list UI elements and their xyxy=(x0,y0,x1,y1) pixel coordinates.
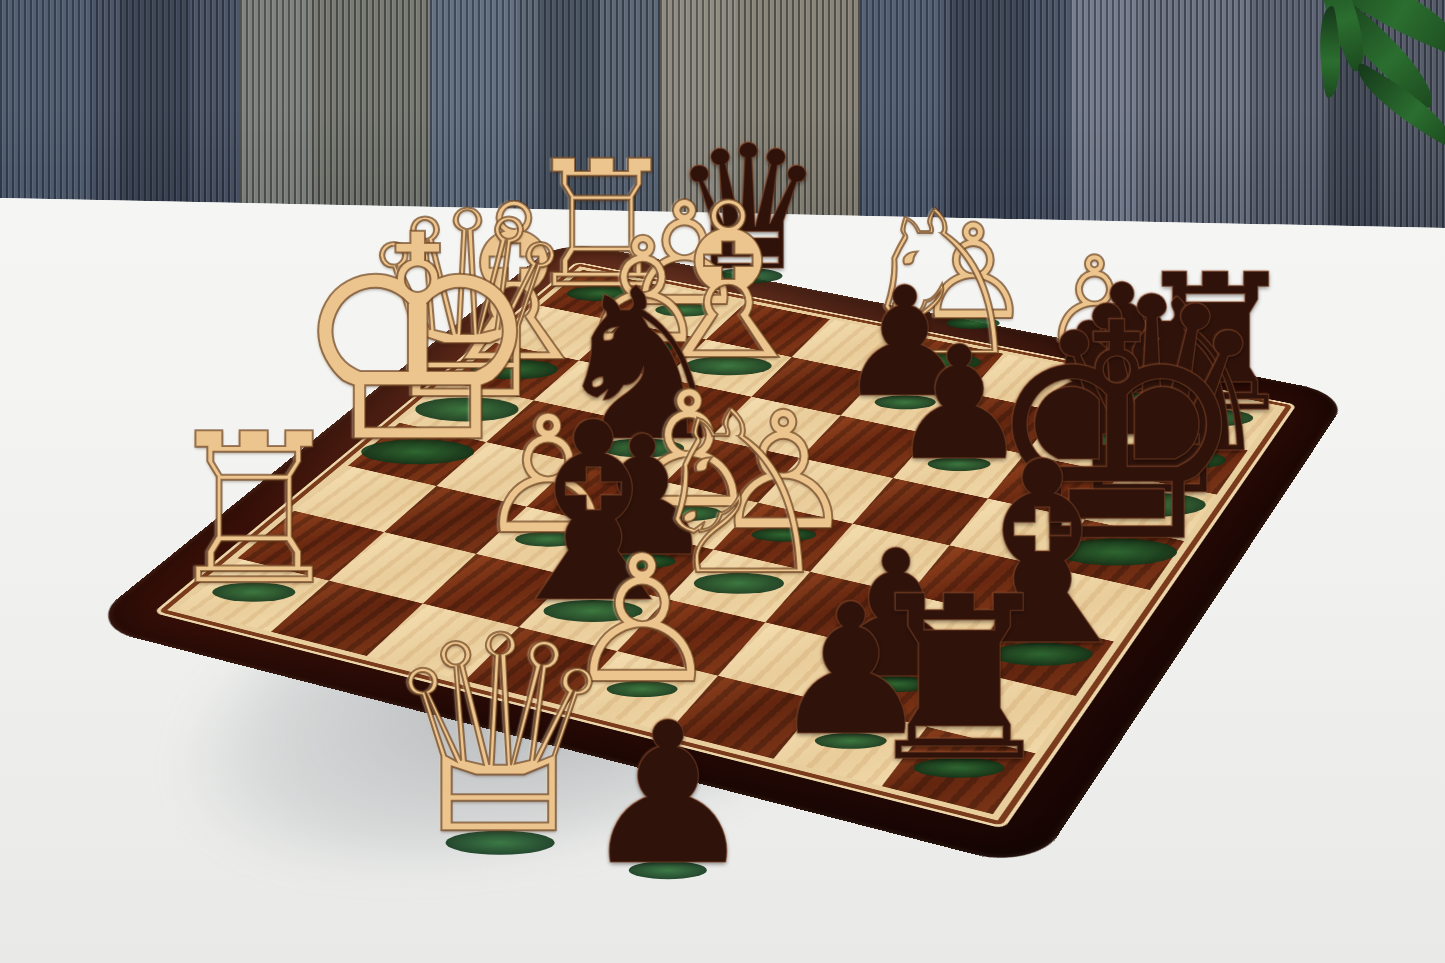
plant-leaves xyxy=(1225,0,1445,200)
wall-patch xyxy=(1070,0,1250,240)
white-rook-h1[interactable]: ♖ xyxy=(160,407,347,615)
photo-scene: ♔♕♖♖♗♗♘♘♙♙♙♙♙♙♚♛♜♜♝♝♞♞♟♟♟♟♟♟♟♛♙♙♕♟ xyxy=(0,0,1445,963)
black-pawn-table[interactable]: ♟ xyxy=(580,696,756,892)
black-rook-h8[interactable]: ♜ xyxy=(858,565,1061,792)
